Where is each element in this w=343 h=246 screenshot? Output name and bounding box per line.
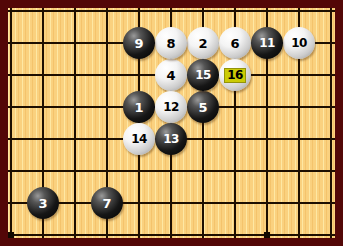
stone-move-number: 16 bbox=[224, 68, 246, 83]
stone-move-number: 2 bbox=[197, 37, 208, 50]
stone-move-number: 7 bbox=[101, 197, 112, 210]
stone-move-number: 11 bbox=[258, 37, 276, 49]
board-frame: 12345678910111213141516 bbox=[0, 0, 343, 246]
stone-move-number: 6 bbox=[229, 37, 240, 50]
stone-move-number: 8 bbox=[165, 37, 176, 50]
grid-line-horizontal bbox=[8, 10, 335, 12]
stone-15-black[interactable]: 15 bbox=[187, 59, 219, 91]
stone-move-number: 12 bbox=[162, 101, 180, 113]
stone-2-white[interactable]: 2 bbox=[187, 27, 219, 59]
stone-12-white[interactable]: 12 bbox=[155, 91, 187, 123]
stone-move-number: 1 bbox=[133, 101, 144, 114]
grid-line-horizontal bbox=[8, 170, 335, 172]
stone-move-number: 14 bbox=[130, 133, 148, 145]
star-point bbox=[264, 232, 270, 238]
stone-5-black[interactable]: 5 bbox=[187, 91, 219, 123]
stone-16-white[interactable]: 16 bbox=[219, 59, 251, 91]
stone-move-number: 9 bbox=[133, 37, 144, 50]
stone-move-number: 5 bbox=[197, 101, 208, 114]
stone-move-number: 4 bbox=[165, 69, 176, 82]
stone-13-black[interactable]: 13 bbox=[155, 123, 187, 155]
star-point bbox=[8, 232, 14, 238]
stone-11-black[interactable]: 11 bbox=[251, 27, 283, 59]
stone-8-white[interactable]: 8 bbox=[155, 27, 187, 59]
stone-move-number: 10 bbox=[290, 37, 308, 49]
stone-6-white[interactable]: 6 bbox=[219, 27, 251, 59]
stone-1-black[interactable]: 1 bbox=[123, 91, 155, 123]
stone-move-number: 15 bbox=[194, 69, 212, 81]
stone-10-white[interactable]: 10 bbox=[283, 27, 315, 59]
grid-line-horizontal bbox=[8, 234, 335, 236]
stone-9-black[interactable]: 9 bbox=[123, 27, 155, 59]
stone-move-number: 3 bbox=[37, 197, 48, 210]
stone-move-number: 13 bbox=[162, 133, 180, 145]
stone-4-white[interactable]: 4 bbox=[155, 59, 187, 91]
goban[interactable]: 12345678910111213141516 bbox=[8, 8, 335, 238]
stone-14-white[interactable]: 14 bbox=[123, 123, 155, 155]
stone-3-black[interactable]: 3 bbox=[27, 187, 59, 219]
stone-7-black[interactable]: 7 bbox=[91, 187, 123, 219]
